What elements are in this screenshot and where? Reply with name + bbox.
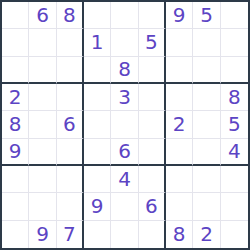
cell-r8c7[interactable] [166,193,193,220]
cell-r1c3[interactable]: 8 [57,2,84,29]
cell-r3c6[interactable] [139,57,166,84]
cell-r1c4[interactable] [84,2,111,29]
cell-r1c8[interactable]: 5 [193,2,220,29]
cell-r9c6[interactable] [139,221,166,248]
cell-r4c3[interactable] [57,84,84,111]
cell-r7c3[interactable] [57,166,84,193]
cell-r4c1[interactable]: 2 [2,84,29,111]
cell-r8c2[interactable] [29,193,56,220]
cell-r5c9[interactable]: 5 [221,111,248,138]
cell-r2c9[interactable] [221,29,248,56]
cell-r8c8[interactable] [193,193,220,220]
cell-r7c2[interactable] [29,166,56,193]
cell-r8c9[interactable] [221,193,248,220]
cell-r8c5[interactable] [111,193,138,220]
cell-r6c5[interactable]: 6 [111,139,138,166]
cell-r8c3[interactable] [57,193,84,220]
cell-r9c7[interactable]: 8 [166,221,193,248]
cell-r2c5[interactable] [111,29,138,56]
cell-r5c6[interactable] [139,111,166,138]
cell-r2c6[interactable]: 5 [139,29,166,56]
cell-r6c9[interactable]: 4 [221,139,248,166]
cell-r6c7[interactable] [166,139,193,166]
cell-r2c7[interactable] [166,29,193,56]
cell-r1c1[interactable] [2,2,29,29]
cell-r7c1[interactable] [2,166,29,193]
cell-r5c3[interactable]: 6 [57,111,84,138]
cell-r8c1[interactable] [2,193,29,220]
cell-r6c8[interactable] [193,139,220,166]
cell-r2c2[interactable] [29,29,56,56]
cell-r3c9[interactable] [221,57,248,84]
cell-r2c1[interactable] [2,29,29,56]
cell-r7c8[interactable] [193,166,220,193]
cell-r9c4[interactable] [84,221,111,248]
cell-r7c5[interactable]: 4 [111,166,138,193]
cell-r9c5[interactable] [111,221,138,248]
cell-r9c1[interactable] [2,221,29,248]
cell-r1c7[interactable]: 9 [166,2,193,29]
cell-r3c7[interactable] [166,57,193,84]
cell-r7c4[interactable] [84,166,111,193]
cell-r5c5[interactable] [111,111,138,138]
cell-r8c6[interactable]: 6 [139,193,166,220]
cell-r4c8[interactable] [193,84,220,111]
cell-r4c5[interactable]: 3 [111,84,138,111]
cell-r1c5[interactable] [111,2,138,29]
cell-r6c1[interactable]: 9 [2,139,29,166]
cell-r6c6[interactable] [139,139,166,166]
cell-r5c7[interactable]: 2 [166,111,193,138]
cell-r9c3[interactable]: 7 [57,221,84,248]
cell-r5c1[interactable]: 8 [2,111,29,138]
cell-r4c2[interactable] [29,84,56,111]
cell-r1c9[interactable] [221,2,248,29]
cell-r4c9[interactable]: 8 [221,84,248,111]
cell-r5c4[interactable] [84,111,111,138]
cell-r1c2[interactable]: 6 [29,2,56,29]
cell-r2c3[interactable] [57,29,84,56]
cell-r3c8[interactable] [193,57,220,84]
cell-r3c5[interactable]: 8 [111,57,138,84]
cell-r4c4[interactable] [84,84,111,111]
cell-r7c7[interactable] [166,166,193,193]
cell-r5c8[interactable] [193,111,220,138]
cell-r3c3[interactable] [57,57,84,84]
cell-r8c4[interactable]: 9 [84,193,111,220]
cell-r7c6[interactable] [139,166,166,193]
cell-r9c2[interactable]: 9 [29,221,56,248]
cell-r2c4[interactable]: 1 [84,29,111,56]
cell-r6c2[interactable] [29,139,56,166]
sudoku-board: 689515823886259644969782 [0,0,250,250]
cell-r9c8[interactable]: 2 [193,221,220,248]
cell-r5c2[interactable] [29,111,56,138]
cell-r3c1[interactable] [2,57,29,84]
cell-r4c6[interactable] [139,84,166,111]
cell-r2c8[interactable] [193,29,220,56]
cell-r3c4[interactable] [84,57,111,84]
cell-r9c9[interactable] [221,221,248,248]
cell-r6c4[interactable] [84,139,111,166]
cell-r7c9[interactable] [221,166,248,193]
cell-r3c2[interactable] [29,57,56,84]
cell-r4c7[interactable] [166,84,193,111]
cell-r6c3[interactable] [57,139,84,166]
cell-r1c6[interactable] [139,2,166,29]
